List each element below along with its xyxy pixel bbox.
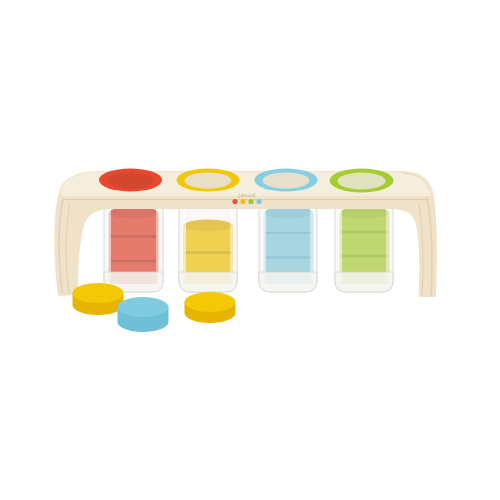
ring-green-interior [338, 173, 386, 190]
ring-yellow [177, 169, 240, 192]
loose-disc-blue-top [118, 297, 169, 317]
loose-disc-yellow-right [185, 292, 236, 323]
logo-dot-yellow [240, 199, 245, 204]
yellow-tube-rim [179, 272, 237, 292]
logo-dot-red [232, 199, 237, 204]
loose-disc-yellow-right-top [185, 292, 236, 312]
loose-disc-yellow-left-top [73, 283, 124, 303]
brand-logo-text: janod [237, 191, 255, 198]
sorting-toy-illustration: janod [0, 0, 500, 500]
ring-green [330, 169, 394, 193]
blue-tube-rim [259, 272, 317, 292]
ring-blue-interior [263, 173, 310, 189]
ring-red-interior [107, 173, 154, 189]
tube-red [104, 206, 163, 292]
ring-red [99, 169, 162, 192]
tube-blue [259, 206, 317, 292]
ring-yellow-interior [185, 173, 232, 189]
logo-dot-blue [256, 199, 261, 204]
loose-disc-yellow-left [73, 283, 124, 315]
loose-disc-blue [118, 297, 169, 332]
tube-yellow [179, 206, 237, 292]
product-photo: janod [0, 0, 500, 500]
ring-blue [255, 169, 318, 192]
tube-green [335, 206, 393, 292]
green-tube-rim [335, 272, 393, 292]
logo-dot-green [248, 199, 253, 204]
